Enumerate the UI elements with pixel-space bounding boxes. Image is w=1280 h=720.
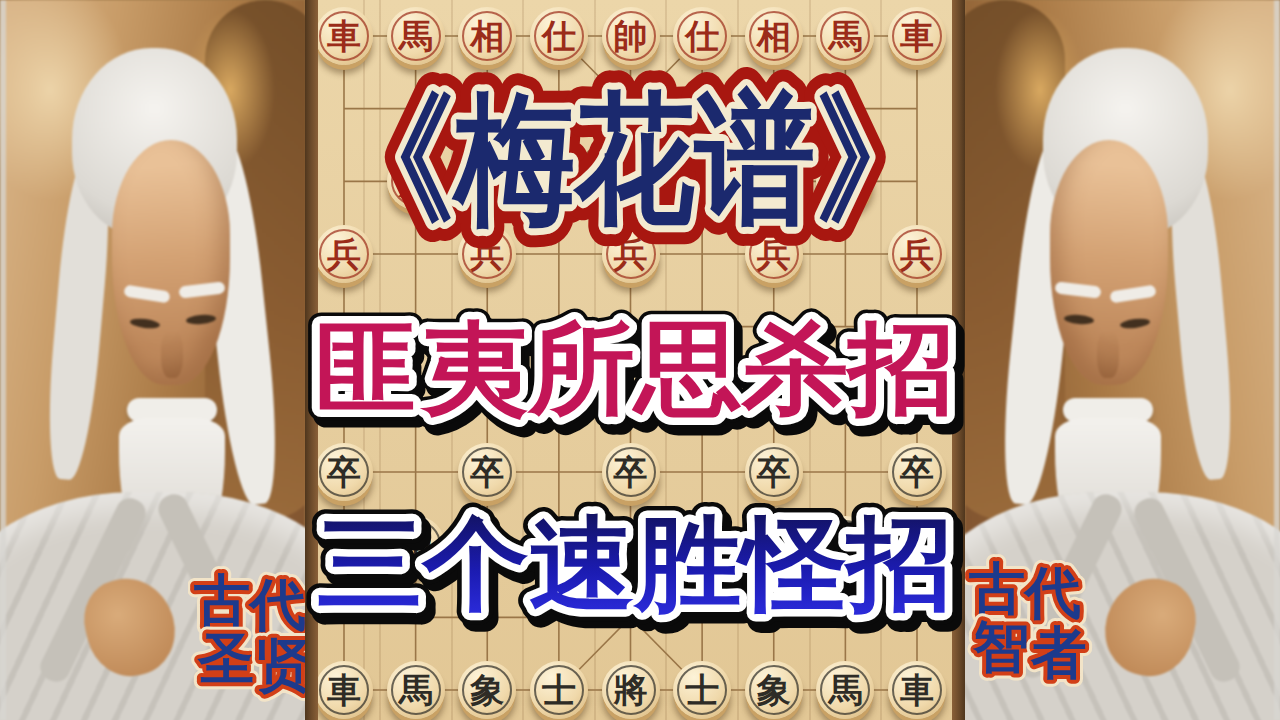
xiangqi-piece-black-將[interactable]: 將 [602, 661, 660, 719]
piece-character: 炮 [828, 164, 862, 198]
xiangqi-piece-black-卒[interactable]: 卒 [315, 443, 373, 501]
nose-shadow [161, 330, 183, 378]
piece-character: 象 [470, 673, 504, 707]
xiangqi-piece-black-馬[interactable]: 馬 [387, 661, 445, 719]
xiangqi-piece-red-帥[interactable]: 帥 [602, 7, 660, 65]
piece-character: 兵 [470, 237, 504, 271]
board-pieces: 車馬相仕帥仕相馬車炮炮兵兵兵兵兵卒卒卒卒卒炮炮車馬象士將士象馬車 [305, 0, 965, 720]
piece-character: 相 [757, 19, 791, 53]
piece-character: 相 [470, 19, 504, 53]
xiangqi-piece-red-兵[interactable]: 兵 [745, 225, 803, 283]
piece-character: 卒 [900, 455, 934, 489]
piece-character: 車 [327, 19, 361, 53]
piece-character: 炮 [399, 164, 433, 198]
piece-character: 炮 [399, 528, 433, 562]
xiangqi-piece-red-馬[interactable]: 馬 [816, 7, 874, 65]
xiangqi-piece-black-象[interactable]: 象 [745, 661, 803, 719]
left-sage-photo: 古 古 古 代 代 代 圣 圣 圣 贤 贤 贤 [0, 0, 305, 720]
piece-character: 馬 [828, 673, 862, 707]
right-sage-photo: 古 古 古 代 代 代 智 智 智 者 者 者 [965, 0, 1280, 720]
piece-character: 仕 [685, 19, 719, 53]
xiangqi-piece-black-炮[interactable]: 炮 [387, 516, 445, 574]
frame-edge-strip [1274, 0, 1280, 720]
piece-character: 卒 [757, 455, 791, 489]
piece-character: 將 [614, 673, 648, 707]
piece-character: 士 [685, 673, 719, 707]
xiangqi-piece-red-車[interactable]: 車 [315, 7, 373, 65]
piece-character: 炮 [828, 528, 862, 562]
sage-figure [0, 0, 305, 720]
board-border-left [305, 0, 318, 720]
xiangqi-piece-black-卒[interactable]: 卒 [745, 443, 803, 501]
xiangqi-piece-black-車[interactable]: 車 [888, 661, 946, 719]
piece-character: 卒 [470, 455, 504, 489]
board-border-right [952, 0, 965, 720]
piece-character: 兵 [900, 237, 934, 271]
piece-character: 兵 [757, 237, 791, 271]
piece-character: 兵 [614, 237, 648, 271]
frame-edge-strip [0, 0, 6, 720]
nose-shadow [1097, 330, 1119, 378]
xiangqi-piece-black-士[interactable]: 士 [673, 661, 731, 719]
piece-character: 兵 [327, 237, 361, 271]
xiangqi-piece-red-仕[interactable]: 仕 [673, 7, 731, 65]
piece-character: 馬 [828, 19, 862, 53]
piece-character: 卒 [327, 455, 361, 489]
xiangqi-piece-black-馬[interactable]: 馬 [816, 661, 874, 719]
xiangqi-piece-black-炮[interactable]: 炮 [816, 516, 874, 574]
xiangqi-piece-red-兵[interactable]: 兵 [888, 225, 946, 283]
piece-character: 馬 [399, 19, 433, 53]
piece-character: 卒 [614, 455, 648, 489]
xiangqi-piece-red-兵[interactable]: 兵 [602, 225, 660, 283]
piece-character: 車 [900, 673, 934, 707]
xiangqi-piece-red-兵[interactable]: 兵 [315, 225, 373, 283]
piece-character: 車 [900, 19, 934, 53]
piece-character: 帥 [614, 19, 648, 53]
xiangqi-piece-black-象[interactable]: 象 [458, 661, 516, 719]
xiangqi-board[interactable]: 車馬相仕帥仕相馬車炮炮兵兵兵兵兵卒卒卒卒卒炮炮車馬象士將士象馬車 [305, 0, 965, 720]
xiangqi-piece-red-車[interactable]: 車 [888, 7, 946, 65]
xiangqi-piece-red-炮[interactable]: 炮 [387, 152, 445, 210]
xiangqi-piece-red-仕[interactable]: 仕 [530, 7, 588, 65]
xiangqi-piece-red-馬[interactable]: 馬 [387, 7, 445, 65]
piece-character: 車 [327, 673, 361, 707]
piece-character: 馬 [399, 673, 433, 707]
xiangqi-piece-red-相[interactable]: 相 [458, 7, 516, 65]
piece-character: 仕 [542, 19, 576, 53]
xiangqi-piece-black-車[interactable]: 車 [315, 661, 373, 719]
xiangqi-piece-black-卒[interactable]: 卒 [602, 443, 660, 501]
piece-character: 士 [542, 673, 576, 707]
xiangqi-piece-red-相[interactable]: 相 [745, 7, 803, 65]
sage-figure [965, 0, 1280, 720]
xiangqi-piece-red-兵[interactable]: 兵 [458, 225, 516, 283]
xiangqi-piece-black-卒[interactable]: 卒 [888, 443, 946, 501]
xiangqi-piece-black-士[interactable]: 士 [530, 661, 588, 719]
video-thumbnail: 古 古 古 代 代 代 圣 圣 圣 贤 贤 贤 車馬相仕帥仕相馬車炮炮兵兵兵兵 [0, 0, 1280, 720]
xiangqi-piece-black-卒[interactable]: 卒 [458, 443, 516, 501]
piece-character: 象 [757, 673, 791, 707]
xiangqi-piece-red-炮[interactable]: 炮 [816, 152, 874, 210]
